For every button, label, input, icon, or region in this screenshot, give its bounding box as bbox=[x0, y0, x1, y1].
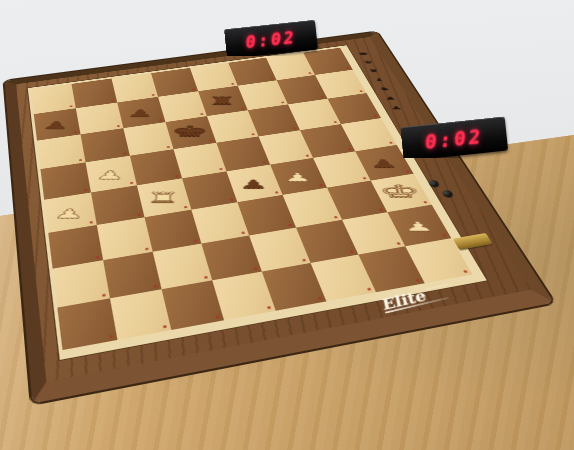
square-e2[interactable] bbox=[249, 228, 310, 272]
square-c6[interactable] bbox=[123, 122, 173, 156]
clock-case: 0:02 bbox=[400, 116, 508, 161]
square-g3[interactable] bbox=[327, 181, 387, 220]
square-g4[interactable] bbox=[313, 151, 371, 187]
square-f1[interactable] bbox=[311, 255, 376, 302]
board-3d-scene: 0:02 0:02 Elite──── ♚♛♜♝♞♟♟ ♟♟♜♚♟♟♜♟♟♟♚♟ bbox=[0, 0, 574, 450]
mini-king-glyph: ♚ bbox=[358, 52, 369, 56]
mini-knight-glyph: ♞ bbox=[379, 86, 391, 91]
mini-rook-glyph: ♜ bbox=[368, 69, 379, 73]
mini-pawn-glyph: ♟ bbox=[390, 105, 402, 110]
square-d3[interactable] bbox=[191, 202, 249, 243]
chess-computer-board: 0:02 0:02 Elite──── ♚♛♜♝♞♟♟ ♟♟♜♚♟♟♜♟♟♟♚♟ bbox=[4, 32, 554, 404]
square-g1[interactable] bbox=[358, 246, 424, 292]
square-f4[interactable] bbox=[270, 158, 327, 195]
square-h2[interactable] bbox=[387, 205, 451, 247]
square-c3[interactable] bbox=[145, 210, 202, 252]
square-a5[interactable] bbox=[40, 162, 91, 199]
square-e3[interactable] bbox=[237, 195, 296, 236]
photo-scene: { "game": "chess", "description": "Woode… bbox=[0, 0, 574, 450]
square-f3[interactable] bbox=[283, 188, 342, 228]
square-b3[interactable] bbox=[97, 217, 153, 260]
mini-queen-indicator[interactable]: ♛ bbox=[360, 63, 377, 65]
square-a3[interactable] bbox=[48, 225, 103, 269]
square-c5[interactable] bbox=[130, 149, 182, 185]
pawn-glyph: ♟ bbox=[41, 120, 70, 130]
mini-queen-glyph: ♛ bbox=[363, 60, 374, 64]
square-d2[interactable] bbox=[201, 235, 262, 280]
black-king-d6[interactable]: ♚ bbox=[168, 133, 210, 139]
square-a6[interactable] bbox=[37, 134, 86, 169]
square-a4[interactable] bbox=[44, 192, 97, 232]
mini-pawn-glyph: ♟ bbox=[384, 96, 396, 101]
square-d4[interactable] bbox=[182, 171, 237, 209]
mini-knight-indicator[interactable]: ♞ bbox=[376, 90, 393, 93]
black-rook-e7[interactable]: ♜ bbox=[201, 101, 241, 107]
square-g2[interactable] bbox=[342, 212, 405, 254]
square-h3[interactable] bbox=[371, 174, 432, 213]
board-squares bbox=[31, 48, 473, 350]
square-c4[interactable] bbox=[137, 178, 191, 217]
mini-pawn-indicator[interactable]: ♟ bbox=[382, 99, 400, 102]
square-b2[interactable] bbox=[103, 252, 161, 299]
square-b6[interactable] bbox=[81, 128, 130, 162]
rail-button[interactable] bbox=[441, 190, 454, 198]
square-b4[interactable] bbox=[91, 185, 145, 225]
mini-bishop-indicator[interactable]: ♝ bbox=[371, 81, 388, 83]
square-b5[interactable] bbox=[86, 156, 137, 193]
square-a1[interactable] bbox=[57, 298, 117, 350]
mini-bishop-glyph: ♝ bbox=[373, 77, 385, 81]
mini-pawn-indicator[interactable]: ♟ bbox=[388, 109, 406, 112]
pawn-glyph: ♟ bbox=[126, 108, 154, 118]
square-a2[interactable] bbox=[53, 260, 110, 307]
square-d1[interactable] bbox=[212, 272, 275, 321]
clock-display: 0:02 bbox=[245, 27, 297, 52]
clock-display: 0:02 bbox=[424, 125, 484, 153]
king-glyph: ♚ bbox=[170, 124, 209, 139]
board-trim bbox=[28, 45, 487, 360]
mini-king-indicator[interactable]: ♚ bbox=[355, 54, 372, 56]
square-b1[interactable] bbox=[110, 289, 171, 340]
square-c1[interactable] bbox=[162, 280, 224, 330]
square-c2[interactable] bbox=[153, 244, 213, 290]
square-f2[interactable] bbox=[296, 220, 358, 263]
square-e1[interactable] bbox=[262, 263, 327, 311]
square-e4[interactable] bbox=[226, 165, 282, 203]
mini-rook-indicator[interactable]: ♜ bbox=[366, 72, 383, 74]
rook-glyph: ♜ bbox=[207, 95, 238, 106]
